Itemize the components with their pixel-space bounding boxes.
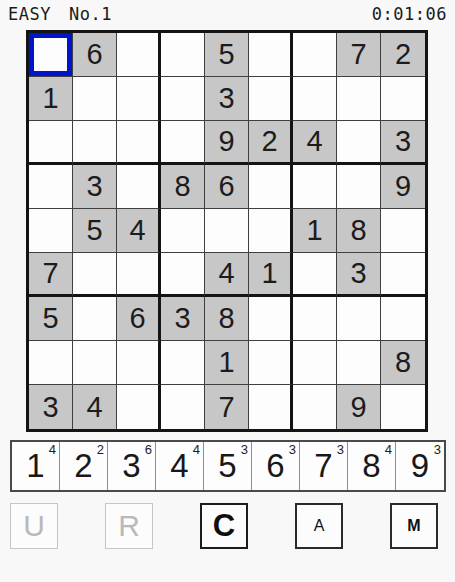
cell-r1c1[interactable]: [29, 33, 73, 77]
cell-r2c6[interactable]: [249, 77, 293, 121]
cell-r9c8[interactable]: 9: [337, 385, 381, 429]
cell-r3c7[interactable]: 4: [293, 121, 337, 165]
cell-r6c7[interactable]: [293, 253, 337, 297]
cell-r4c7[interactable]: [293, 165, 337, 209]
sudoku-board: 65721392433869541874135638183479: [26, 30, 428, 432]
numpad-digit: 1: [26, 447, 44, 485]
cell-r2c2[interactable]: [73, 77, 117, 121]
cell-r5c6[interactable]: [249, 209, 293, 253]
cell-r6c9[interactable]: [381, 253, 425, 297]
cell-r3c2[interactable]: [73, 121, 117, 165]
cell-r4c3[interactable]: [117, 165, 161, 209]
cell-r2c7[interactable]: [293, 77, 337, 121]
sudoku-app: EASY No.1 0:01:06 6572139243386954187413…: [0, 0, 455, 582]
cell-r2c5[interactable]: 3: [205, 77, 249, 121]
puzzle-number: No.1: [69, 4, 112, 24]
cell-r5c7[interactable]: 1: [293, 209, 337, 253]
cell-r6c8[interactable]: 3: [337, 253, 381, 297]
cell-r5c3[interactable]: 4: [117, 209, 161, 253]
numpad-6[interactable]: 63: [252, 442, 300, 490]
numpad-5[interactable]: 53: [204, 442, 252, 490]
cell-r9c7[interactable]: [293, 385, 337, 429]
cell-r3c5[interactable]: 9: [205, 121, 249, 165]
numpad-4[interactable]: 44: [156, 442, 204, 490]
cell-r7c7[interactable]: [293, 297, 337, 341]
cell-r1c3[interactable]: [117, 33, 161, 77]
cell-r6c5[interactable]: 4: [205, 253, 249, 297]
cell-r3c6[interactable]: 2: [249, 121, 293, 165]
cell-r8c2[interactable]: [73, 341, 117, 385]
cell-r5c2[interactable]: 5: [73, 209, 117, 253]
cell-r9c2[interactable]: 4: [73, 385, 117, 429]
numpad-digit: 7: [314, 447, 332, 485]
cell-r3c4[interactable]: [161, 121, 205, 165]
cell-r8c5[interactable]: 1: [205, 341, 249, 385]
numpad-count-badge: 4: [49, 442, 56, 457]
cell-r5c4[interactable]: [161, 209, 205, 253]
cell-r5c8[interactable]: 8: [337, 209, 381, 253]
cell-r1c8[interactable]: 7: [337, 33, 381, 77]
cell-r9c4[interactable]: [161, 385, 205, 429]
auto-button[interactable]: A: [295, 503, 343, 549]
cell-r4c1[interactable]: [29, 165, 73, 209]
cell-r1c2[interactable]: 6: [73, 33, 117, 77]
cell-r5c9[interactable]: [381, 209, 425, 253]
cell-r8c9[interactable]: 8: [381, 341, 425, 385]
cell-r4c6[interactable]: [249, 165, 293, 209]
cell-r7c3[interactable]: 6: [117, 297, 161, 341]
numpad-count-badge: 4: [193, 442, 200, 457]
numpad-count-badge: 6: [145, 442, 152, 457]
cell-r2c8[interactable]: [337, 77, 381, 121]
cell-r8c7[interactable]: [293, 341, 337, 385]
cell-r6c4[interactable]: [161, 253, 205, 297]
numpad-3[interactable]: 36: [108, 442, 156, 490]
clear-button[interactable]: C: [200, 503, 248, 549]
numpad-count-badge: 4: [385, 442, 392, 457]
cell-r8c8[interactable]: [337, 341, 381, 385]
cell-r2c1[interactable]: 1: [29, 77, 73, 121]
numpad-2[interactable]: 22: [60, 442, 108, 490]
cell-r7c1[interactable]: 5: [29, 297, 73, 341]
cell-r7c9[interactable]: [381, 297, 425, 341]
cell-r8c3[interactable]: [117, 341, 161, 385]
numpad-digit: 6: [266, 447, 284, 485]
numpad-digit: 5: [218, 447, 236, 485]
cell-r4c4[interactable]: 8: [161, 165, 205, 209]
cell-r9c9[interactable]: [381, 385, 425, 429]
numpad-9[interactable]: 93: [396, 442, 444, 490]
cell-r6c6[interactable]: 1: [249, 253, 293, 297]
redo-button[interactable]: R: [105, 503, 153, 549]
numpad-count-badge: 2: [97, 442, 104, 457]
timer: 0:01:06: [372, 4, 447, 24]
numpad-count-badge: 3: [434, 442, 441, 457]
cell-r5c1[interactable]: [29, 209, 73, 253]
cell-r3c9[interactable]: 3: [381, 121, 425, 165]
cell-r2c3[interactable]: [117, 77, 161, 121]
cell-r9c6[interactable]: [249, 385, 293, 429]
cell-r7c2[interactable]: [73, 297, 117, 341]
cell-r5c5[interactable]: [205, 209, 249, 253]
numpad-digit: 2: [74, 447, 92, 485]
cell-r7c8[interactable]: [337, 297, 381, 341]
cell-r4c8[interactable]: [337, 165, 381, 209]
cell-r1c6[interactable]: [249, 33, 293, 77]
cell-r3c1[interactable]: [29, 121, 73, 165]
cell-r6c1[interactable]: 7: [29, 253, 73, 297]
numpad-count-badge: 3: [337, 442, 344, 457]
difficulty-label: EASY: [8, 4, 51, 24]
cell-r1c9[interactable]: 2: [381, 33, 425, 77]
cell-r4c5[interactable]: 6: [205, 165, 249, 209]
numpad-count-badge: 3: [289, 442, 296, 457]
cell-r9c5[interactable]: 7: [205, 385, 249, 429]
cell-r9c3[interactable]: [117, 385, 161, 429]
numpad-digit: 4: [170, 447, 188, 485]
cell-r1c4[interactable]: [161, 33, 205, 77]
cell-r7c5[interactable]: 8: [205, 297, 249, 341]
numpad-7[interactable]: 73: [300, 442, 348, 490]
numpad-count-badge: 3: [241, 442, 248, 457]
cell-r3c8[interactable]: [337, 121, 381, 165]
number-pad: 142236445363738493: [10, 440, 446, 492]
numpad-digit: 9: [411, 447, 429, 485]
cell-r9c1[interactable]: 3: [29, 385, 73, 429]
numpad-8[interactable]: 84: [348, 442, 396, 490]
cell-r4c9[interactable]: 9: [381, 165, 425, 209]
cell-r6c2[interactable]: [73, 253, 117, 297]
cell-r2c4[interactable]: [161, 77, 205, 121]
numpad-digit: 8: [362, 447, 380, 485]
cell-r4c2[interactable]: 3: [73, 165, 117, 209]
cell-r7c4[interactable]: 3: [161, 297, 205, 341]
cell-r6c3[interactable]: [117, 253, 161, 297]
cell-r8c6[interactable]: [249, 341, 293, 385]
cell-r3c3[interactable]: [117, 121, 161, 165]
cell-r7c6[interactable]: [249, 297, 293, 341]
cell-r1c7[interactable]: [293, 33, 337, 77]
cell-r2c9[interactable]: [381, 77, 425, 121]
numpad-digit: 3: [122, 447, 140, 485]
status-bar: EASY No.1 0:01:06: [0, 0, 455, 28]
numpad-1[interactable]: 14: [12, 442, 60, 490]
memo-button[interactable]: M: [390, 503, 438, 549]
cell-r1c5[interactable]: 5: [205, 33, 249, 77]
cell-r8c1[interactable]: [29, 341, 73, 385]
cell-r8c4[interactable]: [161, 341, 205, 385]
undo-button[interactable]: U: [10, 503, 58, 549]
